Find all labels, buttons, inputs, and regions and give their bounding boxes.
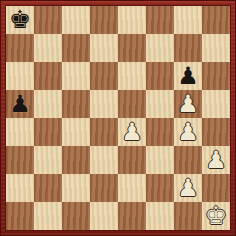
square-g5[interactable]: ♟: [174, 90, 202, 118]
square-h6[interactable]: [202, 62, 230, 90]
piece-white-pawn: ♟: [177, 90, 199, 118]
square-b8[interactable]: [34, 6, 62, 34]
piece-black-pawn: ♟: [177, 62, 199, 90]
square-d5[interactable]: [90, 90, 118, 118]
square-h5[interactable]: [202, 90, 230, 118]
square-d3[interactable]: [90, 146, 118, 174]
board-frame: ♚♟♟♟♟♟♟♟♚: [0, 0, 236, 236]
square-d6[interactable]: [90, 62, 118, 90]
square-b2[interactable]: [34, 174, 62, 202]
square-f7[interactable]: [146, 34, 174, 62]
square-a7[interactable]: [6, 34, 34, 62]
piece-white-pawn: ♟: [205, 146, 227, 174]
square-d7[interactable]: [90, 34, 118, 62]
square-h4[interactable]: [202, 118, 230, 146]
square-f6[interactable]: [146, 62, 174, 90]
square-b3[interactable]: [34, 146, 62, 174]
square-a4[interactable]: [6, 118, 34, 146]
square-g1[interactable]: [174, 202, 202, 230]
square-d4[interactable]: [90, 118, 118, 146]
square-b7[interactable]: [34, 34, 62, 62]
square-a6[interactable]: [6, 62, 34, 90]
piece-white-king: ♚: [205, 202, 227, 230]
square-a2[interactable]: [6, 174, 34, 202]
square-e7[interactable]: [118, 34, 146, 62]
square-g2[interactable]: ♟: [174, 174, 202, 202]
square-c2[interactable]: [62, 174, 90, 202]
square-f8[interactable]: [146, 6, 174, 34]
square-c5[interactable]: [62, 90, 90, 118]
square-f3[interactable]: [146, 146, 174, 174]
piece-black-king: ♚: [9, 6, 31, 34]
square-e2[interactable]: [118, 174, 146, 202]
square-f5[interactable]: [146, 90, 174, 118]
square-d1[interactable]: [90, 202, 118, 230]
square-f2[interactable]: [146, 174, 174, 202]
square-c8[interactable]: [62, 6, 90, 34]
square-g4[interactable]: ♟: [174, 118, 202, 146]
square-a3[interactable]: [6, 146, 34, 174]
square-c3[interactable]: [62, 146, 90, 174]
square-g7[interactable]: [174, 34, 202, 62]
square-h3[interactable]: ♟: [202, 146, 230, 174]
square-e4[interactable]: ♟: [118, 118, 146, 146]
square-e3[interactable]: [118, 146, 146, 174]
square-f1[interactable]: [146, 202, 174, 230]
square-e8[interactable]: [118, 6, 146, 34]
square-h1[interactable]: ♚: [202, 202, 230, 230]
square-a8[interactable]: ♚: [6, 6, 34, 34]
square-a1[interactable]: [6, 202, 34, 230]
square-g3[interactable]: [174, 146, 202, 174]
square-d8[interactable]: [90, 6, 118, 34]
square-g6[interactable]: ♟: [174, 62, 202, 90]
square-b4[interactable]: [34, 118, 62, 146]
square-e6[interactable]: [118, 62, 146, 90]
square-c6[interactable]: [62, 62, 90, 90]
square-d2[interactable]: [90, 174, 118, 202]
piece-black-pawn: ♟: [9, 90, 31, 118]
square-g8[interactable]: [174, 6, 202, 34]
square-f4[interactable]: [146, 118, 174, 146]
square-h8[interactable]: [202, 6, 230, 34]
square-b5[interactable]: [34, 90, 62, 118]
square-c4[interactable]: [62, 118, 90, 146]
square-h2[interactable]: [202, 174, 230, 202]
square-h7[interactable]: [202, 34, 230, 62]
square-b1[interactable]: [34, 202, 62, 230]
piece-white-pawn: ♟: [121, 118, 143, 146]
square-c7[interactable]: [62, 34, 90, 62]
square-c1[interactable]: [62, 202, 90, 230]
piece-white-pawn: ♟: [177, 118, 199, 146]
square-e5[interactable]: [118, 90, 146, 118]
square-a5[interactable]: ♟: [6, 90, 34, 118]
square-b6[interactable]: [34, 62, 62, 90]
piece-white-pawn: ♟: [177, 174, 199, 202]
chess-board: ♚♟♟♟♟♟♟♟♚: [6, 6, 230, 230]
square-e1[interactable]: [118, 202, 146, 230]
